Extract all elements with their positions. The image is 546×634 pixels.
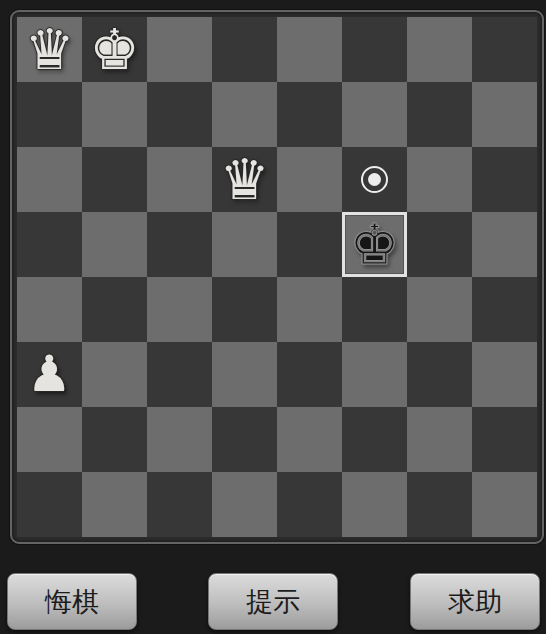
square-e4[interactable] xyxy=(277,277,342,342)
square-e7[interactable] xyxy=(277,82,342,147)
square-a5[interactable] xyxy=(17,212,82,277)
square-f2[interactable] xyxy=(342,407,407,472)
square-a8[interactable]: ♛ xyxy=(17,17,82,82)
square-g5[interactable] xyxy=(407,212,472,277)
square-f8[interactable] xyxy=(342,17,407,82)
square-a1[interactable] xyxy=(17,472,82,537)
square-f5[interactable]: ♚ xyxy=(342,212,407,277)
square-h5[interactable] xyxy=(472,212,537,277)
hint-marker-icon xyxy=(361,166,388,193)
square-h8[interactable] xyxy=(472,17,537,82)
square-h2[interactable] xyxy=(472,407,537,472)
square-f6[interactable] xyxy=(342,147,407,212)
square-g2[interactable] xyxy=(407,407,472,472)
square-e2[interactable] xyxy=(277,407,342,472)
square-f3[interactable] xyxy=(342,342,407,407)
square-d7[interactable] xyxy=(212,82,277,147)
square-b8[interactable]: ♚ xyxy=(82,17,147,82)
piece-white-pawn[interactable]: ♟ xyxy=(17,342,82,407)
square-f7[interactable] xyxy=(342,82,407,147)
square-e3[interactable] xyxy=(277,342,342,407)
square-b1[interactable] xyxy=(82,472,147,537)
square-b6[interactable] xyxy=(82,147,147,212)
square-g7[interactable] xyxy=(407,82,472,147)
square-c6[interactable] xyxy=(147,147,212,212)
square-b4[interactable] xyxy=(82,277,147,342)
square-f1[interactable] xyxy=(342,472,407,537)
square-c3[interactable] xyxy=(147,342,212,407)
square-e8[interactable] xyxy=(277,17,342,82)
square-h6[interactable] xyxy=(472,147,537,212)
square-a3[interactable]: ♟ xyxy=(17,342,82,407)
square-b2[interactable] xyxy=(82,407,147,472)
square-b5[interactable] xyxy=(82,212,147,277)
hint-button[interactable]: 提示 xyxy=(208,573,338,630)
square-h7[interactable] xyxy=(472,82,537,147)
square-c8[interactable] xyxy=(147,17,212,82)
square-d1[interactable] xyxy=(212,472,277,537)
square-e6[interactable] xyxy=(277,147,342,212)
square-d2[interactable] xyxy=(212,407,277,472)
square-b7[interactable] xyxy=(82,82,147,147)
piece-white-queen[interactable]: ♛ xyxy=(17,17,82,82)
square-h3[interactable] xyxy=(472,342,537,407)
square-g3[interactable] xyxy=(407,342,472,407)
square-h4[interactable] xyxy=(472,277,537,342)
square-h1[interactable] xyxy=(472,472,537,537)
square-d3[interactable] xyxy=(212,342,277,407)
square-g6[interactable] xyxy=(407,147,472,212)
help-button[interactable]: 求助 xyxy=(410,573,540,630)
square-d6[interactable]: ♛ xyxy=(212,147,277,212)
square-g4[interactable] xyxy=(407,277,472,342)
chess-board: ♛♚♛♚♟ xyxy=(17,17,537,537)
square-a4[interactable] xyxy=(17,277,82,342)
square-c4[interactable] xyxy=(147,277,212,342)
square-g8[interactable] xyxy=(407,17,472,82)
square-d5[interactable] xyxy=(212,212,277,277)
square-c7[interactable] xyxy=(147,82,212,147)
square-e5[interactable] xyxy=(277,212,342,277)
square-a2[interactable] xyxy=(17,407,82,472)
piece-white-king[interactable]: ♚ xyxy=(82,17,147,82)
board-frame: ♛♚♛♚♟ xyxy=(10,10,544,544)
square-f4[interactable] xyxy=(342,277,407,342)
square-e1[interactable] xyxy=(277,472,342,537)
square-a6[interactable] xyxy=(17,147,82,212)
square-c1[interactable] xyxy=(147,472,212,537)
square-a7[interactable] xyxy=(17,82,82,147)
square-d4[interactable] xyxy=(212,277,277,342)
piece-white-queen[interactable]: ♛ xyxy=(212,147,277,212)
square-c5[interactable] xyxy=(147,212,212,277)
undo-move-button[interactable]: 悔棋 xyxy=(7,573,137,630)
square-d8[interactable] xyxy=(212,17,277,82)
square-b3[interactable] xyxy=(82,342,147,407)
piece-black-king[interactable]: ♚ xyxy=(342,212,407,277)
square-c2[interactable] xyxy=(147,407,212,472)
chess-app: ♛♚♛♚♟ 悔棋 提示 求助 xyxy=(0,0,546,634)
square-g1[interactable] xyxy=(407,472,472,537)
